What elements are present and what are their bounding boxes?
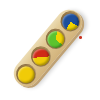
puzzle-board [8,4,87,91]
product-photo [0,0,100,100]
brand-logo-dot [79,36,82,39]
piece-halves-red-yellow[interactable] [29,45,53,69]
piece-thirds-green-yellow[interactable] [43,27,67,51]
piece-quarters-blue-yellow[interactable] [58,10,82,34]
piece-whole-yellow[interactable] [14,62,38,86]
